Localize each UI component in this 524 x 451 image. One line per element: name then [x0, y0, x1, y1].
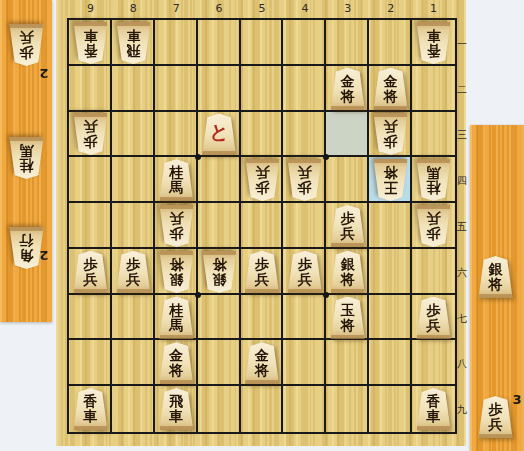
- square-4-8[interactable]: [283, 340, 326, 386]
- square-8-9[interactable]: [112, 386, 155, 432]
- square-4-1[interactable]: [283, 20, 326, 66]
- square-8-3[interactable]: [112, 112, 155, 158]
- piece-kanji: 歩兵: [286, 251, 323, 293]
- square-3-1[interactable]: [326, 20, 369, 66]
- piece-sente-gold[interactable]: 金将: [158, 342, 195, 384]
- square-9-7[interactable]: [69, 295, 112, 341]
- square-3-8[interactable]: [326, 340, 369, 386]
- square-3-4[interactable]: [326, 157, 369, 203]
- file-label-5: 5: [252, 2, 272, 15]
- piece-gote-pawn[interactable]: 歩兵: [158, 205, 195, 247]
- square-6-1[interactable]: [198, 20, 241, 66]
- square-2-7[interactable]: [369, 295, 412, 341]
- hand-count-sente-pawn: 3: [510, 392, 524, 407]
- piece-kanji: 歩兵: [158, 205, 195, 247]
- piece-kanji: 銀将: [329, 251, 366, 293]
- square-2-1[interactable]: [369, 20, 412, 66]
- piece-sente-pawn[interactable]: 歩兵: [329, 205, 366, 247]
- piece-sente-lance[interactable]: 香車: [415, 388, 452, 430]
- piece-sente-pawn[interactable]: 歩兵: [72, 251, 109, 293]
- piece-kanji: 銀将: [201, 251, 238, 293]
- piece-gote-knight[interactable]: 桂馬: [415, 159, 452, 201]
- piece-gote-pawn[interactable]: 歩兵: [415, 205, 452, 247]
- piece-kanji: 王将: [372, 159, 409, 201]
- square-6-2[interactable]: [198, 66, 241, 112]
- square-9-5[interactable]: [69, 203, 112, 249]
- piece-kanji: 金将: [372, 68, 409, 110]
- piece-gote-silver[interactable]: 銀将: [201, 251, 238, 293]
- piece-kanji: 桂馬: [8, 137, 45, 179]
- square-4-9[interactable]: [283, 386, 326, 432]
- piece-kanji: 歩兵: [329, 205, 366, 247]
- piece-sente-pawn[interactable]: 歩兵: [286, 251, 323, 293]
- piece-kanji: 歩兵: [477, 396, 514, 438]
- square-2-6[interactable]: [369, 249, 412, 295]
- piece-kanji: 桂馬: [415, 159, 452, 201]
- square-5-7[interactable]: [241, 295, 284, 341]
- square-5-3[interactable]: [241, 112, 284, 158]
- piece-gote-pawn[interactable]: 歩兵: [244, 159, 281, 201]
- piece-kanji: 銀将: [158, 251, 195, 293]
- square-8-5[interactable]: [112, 203, 155, 249]
- square-3-3[interactable]: [326, 112, 369, 158]
- piece-gote-pawn[interactable]: 歩兵: [72, 113, 109, 155]
- rank-label-3: 三: [455, 128, 469, 142]
- piece-gote-lance[interactable]: 香車: [72, 22, 109, 64]
- file-label-1: 1: [424, 2, 444, 15]
- square-4-5[interactable]: [283, 203, 326, 249]
- shogi-board: 987654321一二三四五六七八九香車飛車香車金将金将歩兵と歩兵桂馬歩兵歩兵王…: [56, 0, 466, 446]
- file-label-9: 9: [80, 2, 100, 15]
- rank-label-9: 九: [455, 403, 469, 417]
- piece-sente-gold[interactable]: 金将: [329, 68, 366, 110]
- square-1-3[interactable]: [412, 112, 455, 158]
- piece-kanji: 歩兵: [286, 159, 323, 201]
- file-label-6: 6: [209, 2, 229, 15]
- piece-sente-knight[interactable]: 桂馬: [158, 297, 195, 339]
- shogi-app: 歩兵2桂馬角行2 987654321一二三四五六七八九香車飛車香車金将金将歩兵と…: [0, 0, 524, 451]
- square-6-9[interactable]: [198, 386, 241, 432]
- piece-kanji: 歩兵: [72, 251, 109, 293]
- square-2-8[interactable]: [369, 340, 412, 386]
- piece-sente-pawn[interactable]: 歩兵: [477, 396, 514, 438]
- piece-kanji: 飛車: [115, 22, 152, 64]
- piece-kanji: 玉将: [329, 297, 366, 339]
- square-5-1[interactable]: [241, 20, 284, 66]
- piece-sente-silver[interactable]: 銀将: [477, 256, 514, 298]
- piece-sente-rook[interactable]: 飛車: [158, 388, 195, 430]
- square-5-9[interactable]: [241, 386, 284, 432]
- piece-kanji: 歩兵: [415, 297, 452, 339]
- hand-count-gote-pawn: 2: [37, 66, 51, 81]
- file-label-2: 2: [381, 2, 401, 15]
- square-1-6[interactable]: [412, 249, 455, 295]
- square-2-5[interactable]: [369, 203, 412, 249]
- square-8-2[interactable]: [112, 66, 155, 112]
- square-4-2[interactable]: [283, 66, 326, 112]
- rank-label-8: 八: [455, 357, 469, 371]
- square-6-5[interactable]: [198, 203, 241, 249]
- piece-gote-pawn[interactable]: 歩兵: [372, 113, 409, 155]
- piece-sente-silver[interactable]: 銀将: [329, 251, 366, 293]
- piece-kanji: 歩兵: [372, 113, 409, 155]
- square-9-2[interactable]: [69, 66, 112, 112]
- piece-kanji: 金将: [329, 68, 366, 110]
- piece-sente-lance[interactable]: 香車: [72, 388, 109, 430]
- file-label-8: 8: [123, 2, 143, 15]
- square-1-8[interactable]: [412, 340, 455, 386]
- rank-label-7: 七: [455, 312, 469, 326]
- square-1-2[interactable]: [412, 66, 455, 112]
- square-6-8[interactable]: [198, 340, 241, 386]
- piece-sente-gold[interactable]: 金将: [244, 342, 281, 384]
- file-label-7: 7: [166, 2, 186, 15]
- square-7-3[interactable]: [155, 112, 198, 158]
- square-5-5[interactable]: [241, 203, 284, 249]
- piece-kanji: 歩兵: [8, 24, 45, 66]
- square-4-7[interactable]: [283, 295, 326, 341]
- piece-sente-pawn[interactable]: 歩兵: [115, 251, 152, 293]
- piece-gote-lance[interactable]: 香車: [415, 22, 452, 64]
- piece-gote-king[interactable]: 王将: [372, 159, 409, 201]
- piece-sente-pawn[interactable]: 歩兵: [244, 251, 281, 293]
- piece-kanji: 香車: [72, 22, 109, 64]
- file-label-4: 4: [295, 2, 315, 15]
- piece-gote-silver[interactable]: 銀将: [158, 251, 195, 293]
- piece-sente-gold[interactable]: 金将: [372, 68, 409, 110]
- piece-kanji: 桂馬: [158, 297, 195, 339]
- piece-gote-pawn[interactable]: 歩兵: [286, 159, 323, 201]
- square-5-2[interactable]: [241, 66, 284, 112]
- square-8-4[interactable]: [112, 157, 155, 203]
- piece-kanji: 香車: [415, 22, 452, 64]
- square-2-9[interactable]: [369, 386, 412, 432]
- piece-gote-rook[interactable]: 飛車: [115, 22, 152, 64]
- star-point: [195, 292, 201, 298]
- piece-gote-knight[interactable]: 桂馬: [8, 137, 45, 179]
- komadai-sente: 銀将歩兵3: [470, 125, 524, 451]
- piece-kanji: 歩兵: [244, 251, 281, 293]
- square-6-7[interactable]: [198, 295, 241, 341]
- square-4-3[interactable]: [283, 112, 326, 158]
- piece-kanji: 歩兵: [244, 159, 281, 201]
- hand-count-gote-bishop: 2: [37, 248, 51, 263]
- piece-kanji: 銀将: [477, 256, 514, 298]
- piece-kanji: と: [201, 113, 238, 155]
- piece-kanji: 香車: [72, 388, 109, 430]
- rank-label-4: 四: [455, 174, 469, 188]
- square-7-2[interactable]: [155, 66, 198, 112]
- rank-label-5: 五: [455, 220, 469, 234]
- file-label-3: 3: [338, 2, 358, 15]
- piece-kanji: 金将: [158, 342, 195, 384]
- piece-sente-knight[interactable]: 桂馬: [158, 159, 195, 201]
- square-3-9[interactable]: [326, 386, 369, 432]
- piece-kanji: 歩兵: [115, 251, 152, 293]
- rank-label-1: 一: [455, 37, 469, 51]
- piece-gote-pawn[interactable]: 歩兵: [8, 24, 45, 66]
- piece-sente-king[interactable]: 玉将: [329, 297, 366, 339]
- square-9-8[interactable]: [69, 340, 112, 386]
- piece-kanji: 香車: [415, 388, 452, 430]
- piece-kanji: 歩兵: [415, 205, 452, 247]
- piece-kanji: 飛車: [158, 388, 195, 430]
- piece-kanji: 桂馬: [158, 159, 195, 201]
- rank-label-2: 二: [455, 83, 469, 97]
- piece-sente-tokin[interactable]: と: [201, 113, 238, 155]
- square-7-1[interactable]: [155, 20, 198, 66]
- piece-kanji: 金将: [244, 342, 281, 384]
- piece-sente-pawn[interactable]: 歩兵: [415, 297, 452, 339]
- square-9-4[interactable]: [69, 157, 112, 203]
- komadai-gote: 歩兵2桂馬角行2: [0, 0, 52, 322]
- piece-kanji: 歩兵: [72, 113, 109, 155]
- square-8-7[interactable]: [112, 295, 155, 341]
- square-6-4[interactable]: [198, 157, 241, 203]
- rank-label-6: 六: [455, 266, 469, 280]
- square-8-8[interactable]: [112, 340, 155, 386]
